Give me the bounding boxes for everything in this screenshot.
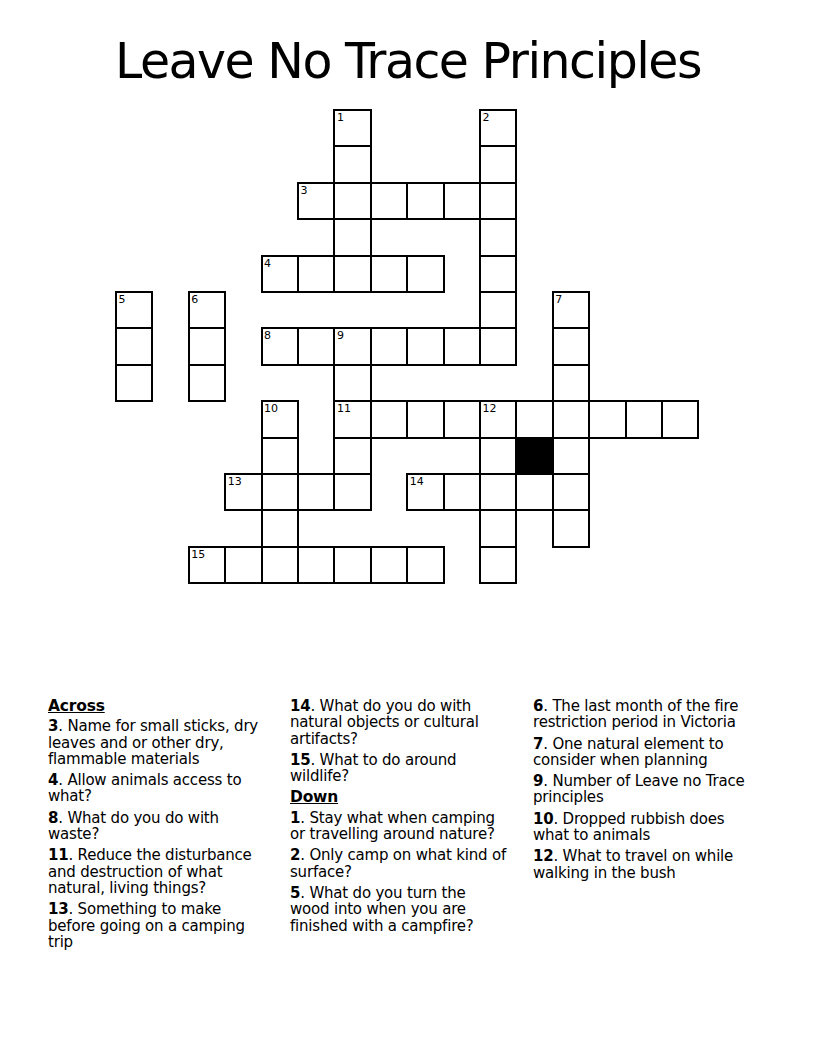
cell-number-10: 10 (264, 403, 278, 414)
grid-cell-r12-c6[interactable] (333, 546, 371, 584)
grid-cell-r8-c11[interactable] (515, 400, 553, 438)
grid-cell-r8-c8[interactable] (406, 400, 444, 438)
clue-across-3: 3. Name for small sticks, dry leaves and… (48, 718, 266, 767)
grid-cell-r11-c10[interactable] (479, 509, 517, 547)
grid-cell-r1-c6[interactable] (333, 145, 371, 183)
grid-cell-r6-c10[interactable] (479, 327, 517, 365)
grid-cell-r6-c0[interactable] (115, 327, 153, 365)
grid-cell-r6-c7[interactable] (370, 327, 408, 365)
grid-cell-r2-c9[interactable] (443, 182, 481, 220)
clue-down-1: 1. Stay what when camping or travelling … (290, 810, 508, 843)
grid-cell-r12-c3[interactable] (224, 546, 262, 584)
grid-cell-r12-c10[interactable] (479, 546, 517, 584)
crossword-grid: 123456789101112131415 (116, 110, 700, 585)
grid-cell-r12-c4[interactable] (261, 546, 299, 584)
cell-number-8: 8 (264, 330, 271, 341)
clue-across-11: 11. Reduce the disturbance and destructi… (48, 847, 266, 896)
grid-cell-r2-c6[interactable] (333, 182, 371, 220)
grid-cell-r8-c12[interactable] (552, 400, 590, 438)
grid-cell-r7-c12[interactable] (552, 364, 590, 402)
clue-down-12: 12. What to travel on while walking in t… (533, 848, 745, 881)
clue-down-6: 6. The last month of the fire restrictio… (533, 698, 745, 731)
clue-down-10: 10. Dropped rubbish does what to animals (533, 811, 745, 844)
grid-cell-r12-c5[interactable] (297, 546, 335, 584)
grid-cell-r8-c9[interactable] (443, 400, 481, 438)
grid-cell-r10-c9[interactable] (443, 473, 481, 511)
grid-cell-r6-c5[interactable] (297, 327, 335, 365)
clue-column-2: 14. What do you do with natural objects … (290, 698, 508, 939)
grid-cell-r6-c8[interactable] (406, 327, 444, 365)
grid-cell-r4-c8[interactable] (406, 255, 444, 293)
clue-across-8: 8. What do you do with waste? (48, 810, 266, 843)
grid-cell-r10-c11[interactable] (515, 473, 553, 511)
cell-number-7: 7 (555, 294, 562, 305)
cell-number-9: 9 (337, 330, 344, 341)
cell-number-1: 1 (337, 112, 344, 123)
cell-number-11: 11 (337, 403, 351, 414)
grid-cell-r8-c15[interactable] (661, 400, 699, 438)
cell-number-3: 3 (301, 185, 308, 196)
cell-number-15: 15 (191, 549, 205, 560)
grid-cell-r9-c12[interactable] (552, 437, 590, 475)
grid-cell-r1-c10[interactable] (479, 145, 517, 183)
across-header: Across (48, 698, 266, 714)
cell-number-4: 4 (264, 258, 271, 269)
grid-cell-r11-c12[interactable] (552, 509, 590, 547)
grid-cell-r12-c7[interactable] (370, 546, 408, 584)
grid-cell-r2-c10[interactable] (479, 182, 517, 220)
grid-cell-r7-c6[interactable] (333, 364, 371, 402)
grid-cell-r4-c6[interactable] (333, 255, 371, 293)
grid-cell-r4-c7[interactable] (370, 255, 408, 293)
grid-cell-r7-c0[interactable] (115, 364, 153, 402)
cell-number-14: 14 (410, 476, 424, 487)
clue-column-3: 6. The last month of the fire restrictio… (533, 698, 745, 886)
grid-cell-r10-c10[interactable] (479, 473, 517, 511)
clue-down-5: 5. What do you turn the wood into when y… (290, 885, 508, 934)
grid-cell-r4-c5[interactable] (297, 255, 335, 293)
grid-cell-r6-c9[interactable] (443, 327, 481, 365)
grid-cell-r9-c4[interactable] (261, 437, 299, 475)
grid-cell-r6-c12[interactable] (552, 327, 590, 365)
down-header: Down (290, 789, 508, 805)
grid-cell-r7-c2[interactable] (188, 364, 226, 402)
grid-cell-r8-c13[interactable] (588, 400, 626, 438)
clue-down-2: 2. Only camp on what kind of surface? (290, 847, 508, 880)
grid-cell-r8-c7[interactable] (370, 400, 408, 438)
cell-number-12: 12 (483, 403, 497, 414)
clue-across-13: 13. Something to make before going on a … (48, 901, 266, 950)
grid-cell-r10-c6[interactable] (333, 473, 371, 511)
clue-column-1: Across3. Name for small sticks, dry leav… (48, 698, 266, 955)
cell-number-5: 5 (119, 294, 126, 305)
grid-cell-r2-c8[interactable] (406, 182, 444, 220)
grid-cell-r10-c5[interactable] (297, 473, 335, 511)
grid-cell-r9-c10[interactable] (479, 437, 517, 475)
cell-number-13: 13 (228, 476, 242, 487)
grid-cell-r4-c10[interactable] (479, 255, 517, 293)
grid-cell-r3-c10[interactable] (479, 218, 517, 256)
grid-cell-r12-c8[interactable] (406, 546, 444, 584)
cell-number-2: 2 (483, 112, 490, 123)
clue-down-7: 7. One natural element to consider when … (533, 736, 745, 769)
grid-cell-r3-c6[interactable] (333, 218, 371, 256)
clue-down-9: 9. Number of Leave no Trace principles (533, 773, 745, 806)
puzzle-title: Leave No Trace Principles (0, 33, 816, 90)
grid-cell-r9-c6[interactable] (333, 437, 371, 475)
black-cell-r9-c11 (515, 437, 553, 475)
cell-number-6: 6 (191, 294, 198, 305)
clue-across-15: 15. What to do around wildlife? (290, 752, 508, 785)
crossword-page: { "game": "crossword", "title": "Leave N… (0, 0, 816, 1056)
grid-cell-r2-c7[interactable] (370, 182, 408, 220)
grid-cell-r8-c14[interactable] (625, 400, 663, 438)
grid-cell-r10-c12[interactable] (552, 473, 590, 511)
grid-cell-r5-c10[interactable] (479, 291, 517, 329)
grid-cell-r6-c2[interactable] (188, 327, 226, 365)
grid-cell-r10-c4[interactable] (261, 473, 299, 511)
clue-across-4: 4. Allow animals access to what? (48, 772, 266, 805)
grid-cell-r11-c4[interactable] (261, 509, 299, 547)
clue-across-14: 14. What do you do with natural objects … (290, 698, 508, 747)
